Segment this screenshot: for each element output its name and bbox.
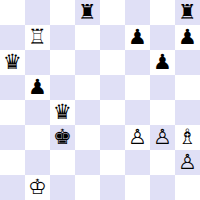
square-e6[interactable]: [100, 50, 125, 75]
square-h3[interactable]: ♗: [175, 125, 200, 150]
piece-white-rook: ♖: [25, 25, 50, 50]
square-e5[interactable]: [100, 75, 125, 100]
square-h1[interactable]: [175, 175, 200, 200]
square-e7[interactable]: [100, 25, 125, 50]
square-c5[interactable]: [50, 75, 75, 100]
square-f3[interactable]: ♙: [125, 125, 150, 150]
square-h8[interactable]: ♜: [175, 0, 200, 25]
square-a1[interactable]: [0, 175, 25, 200]
square-c1[interactable]: [50, 175, 75, 200]
square-e3[interactable]: [100, 125, 125, 150]
square-d5[interactable]: [75, 75, 100, 100]
square-e2[interactable]: [100, 150, 125, 175]
square-d1[interactable]: [75, 175, 100, 200]
square-b1[interactable]: ♔: [25, 175, 50, 200]
square-c4[interactable]: ♛: [50, 100, 75, 125]
square-g1[interactable]: [150, 175, 175, 200]
square-g7[interactable]: [150, 25, 175, 50]
square-c6[interactable]: [50, 50, 75, 75]
square-b3[interactable]: [25, 125, 50, 150]
piece-white-bishop: ♗: [175, 125, 200, 150]
piece-white-pawn: ♙: [150, 125, 175, 150]
square-c7[interactable]: [50, 25, 75, 50]
square-d6[interactable]: [75, 50, 100, 75]
square-b7[interactable]: ♖: [25, 25, 50, 50]
square-a3[interactable]: [0, 125, 25, 150]
square-d2[interactable]: [75, 150, 100, 175]
square-b8[interactable]: [25, 0, 50, 25]
square-f6[interactable]: [125, 50, 150, 75]
square-c2[interactable]: [50, 150, 75, 175]
square-h7[interactable]: ♟: [175, 25, 200, 50]
square-f8[interactable]: [125, 0, 150, 25]
square-a6[interactable]: ♛: [0, 50, 25, 75]
piece-black-pawn: ♟: [25, 75, 50, 100]
piece-black-queen: ♛: [0, 50, 25, 75]
piece-white-pawn: ♙: [175, 150, 200, 175]
square-h4[interactable]: [175, 100, 200, 125]
square-b5[interactable]: ♟: [25, 75, 50, 100]
square-b6[interactable]: [25, 50, 50, 75]
piece-black-rook: ♜: [175, 0, 200, 25]
square-e4[interactable]: [100, 100, 125, 125]
square-a2[interactable]: [0, 150, 25, 175]
square-a4[interactable]: [0, 100, 25, 125]
square-d4[interactable]: [75, 100, 100, 125]
piece-black-king: ♚: [50, 125, 75, 150]
square-e8[interactable]: [100, 0, 125, 25]
square-g5[interactable]: [150, 75, 175, 100]
square-g6[interactable]: ♟: [150, 50, 175, 75]
square-b2[interactable]: [25, 150, 50, 175]
square-e1[interactable]: [100, 175, 125, 200]
square-h5[interactable]: [175, 75, 200, 100]
square-g4[interactable]: [150, 100, 175, 125]
piece-black-pawn: ♟: [125, 25, 150, 50]
square-a8[interactable]: [0, 0, 25, 25]
square-g3[interactable]: ♙: [150, 125, 175, 150]
piece-white-pawn: ♙: [125, 125, 150, 150]
square-d3[interactable]: [75, 125, 100, 150]
piece-black-rook: ♜: [75, 0, 100, 25]
square-a5[interactable]: [0, 75, 25, 100]
square-f2[interactable]: [125, 150, 150, 175]
piece-black-pawn: ♟: [150, 50, 175, 75]
square-f4[interactable]: [125, 100, 150, 125]
square-f5[interactable]: [125, 75, 150, 100]
square-g2[interactable]: [150, 150, 175, 175]
square-f7[interactable]: ♟: [125, 25, 150, 50]
square-d8[interactable]: ♜: [75, 0, 100, 25]
square-f1[interactable]: [125, 175, 150, 200]
square-b4[interactable]: [25, 100, 50, 125]
square-a7[interactable]: [0, 25, 25, 50]
piece-white-king: ♔: [25, 175, 50, 200]
square-h6[interactable]: [175, 50, 200, 75]
square-h2[interactable]: ♙: [175, 150, 200, 175]
piece-black-queen: ♛: [50, 100, 75, 125]
chess-board: ♜♜♖♟♟♛♟♟♛♚♙♙♗♙♔: [0, 0, 200, 200]
square-d7[interactable]: [75, 25, 100, 50]
square-c8[interactable]: [50, 0, 75, 25]
square-c3[interactable]: ♚: [50, 125, 75, 150]
piece-black-pawn: ♟: [175, 25, 200, 50]
square-g8[interactable]: [150, 0, 175, 25]
